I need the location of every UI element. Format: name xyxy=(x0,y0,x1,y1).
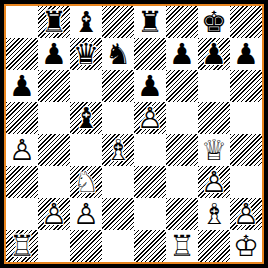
square-b1[interactable] xyxy=(38,230,70,262)
piece-outline-layer: ♗ xyxy=(198,198,230,230)
square-f3[interactable] xyxy=(166,166,198,198)
piece-black-pawn[interactable]: ♟ xyxy=(38,38,70,70)
piece-white-queen[interactable]: ♛♕ xyxy=(198,134,230,166)
square-g3[interactable]: ♟♙ xyxy=(198,166,230,198)
square-c5[interactable]: ♝ xyxy=(70,102,102,134)
piece-white-bishop[interactable]: ♝♗ xyxy=(198,198,230,230)
piece-outline-layer: ♙ xyxy=(134,102,166,134)
square-d6[interactable] xyxy=(102,70,134,102)
piece-outline-layer: ♕ xyxy=(198,134,230,166)
square-h7[interactable]: ♟ xyxy=(230,38,262,70)
square-e6[interactable]: ♟ xyxy=(134,70,166,102)
square-h1[interactable]: ♚♔ xyxy=(230,230,262,262)
square-e1[interactable] xyxy=(134,230,166,262)
piece-white-pawn[interactable]: ♟♙ xyxy=(230,198,262,230)
square-a8[interactable] xyxy=(6,6,38,38)
piece-outline-layer: ♙ xyxy=(230,198,262,230)
square-f7[interactable]: ♟ xyxy=(166,38,198,70)
piece-black-knight[interactable]: ♞ xyxy=(102,38,134,70)
square-f1[interactable]: ♜♖ xyxy=(166,230,198,262)
square-g5[interactable] xyxy=(198,102,230,134)
square-h3[interactable] xyxy=(230,166,262,198)
square-c4[interactable] xyxy=(70,134,102,166)
square-b8[interactable]: ♜ xyxy=(38,6,70,38)
square-b4[interactable] xyxy=(38,134,70,166)
square-c3[interactable]: ♞♘ xyxy=(70,166,102,198)
piece-black-pawn[interactable]: ♟ xyxy=(230,38,262,70)
piece-white-king[interactable]: ♚♔ xyxy=(230,230,262,262)
square-b2[interactable]: ♟♙ xyxy=(38,198,70,230)
square-e5[interactable]: ♟♙ xyxy=(134,102,166,134)
square-b3[interactable] xyxy=(38,166,70,198)
piece-white-rook[interactable]: ♜♖ xyxy=(6,230,38,262)
square-h5[interactable] xyxy=(230,102,262,134)
piece-black-rook[interactable]: ♜ xyxy=(134,6,166,38)
square-g7[interactable]: ♟ xyxy=(198,38,230,70)
piece-outline-layer: ♘ xyxy=(70,166,102,198)
piece-black-bishop[interactable]: ♝ xyxy=(70,102,102,134)
square-h8[interactable] xyxy=(230,6,262,38)
piece-outline-layer: ♙ xyxy=(38,198,70,230)
square-e4[interactable] xyxy=(134,134,166,166)
square-f5[interactable] xyxy=(166,102,198,134)
square-g4[interactable]: ♛♕ xyxy=(198,134,230,166)
square-c1[interactable] xyxy=(70,230,102,262)
piece-outline-layer: ♖ xyxy=(6,230,38,262)
square-d2[interactable] xyxy=(102,198,134,230)
piece-white-pawn[interactable]: ♟♙ xyxy=(198,166,230,198)
square-e3[interactable] xyxy=(134,166,166,198)
piece-black-pawn[interactable]: ♟ xyxy=(6,70,38,102)
square-c2[interactable]: ♟♙ xyxy=(70,198,102,230)
square-d4[interactable]: ♝♗ xyxy=(102,134,134,166)
piece-outline-layer: ♗ xyxy=(102,134,134,166)
square-a2[interactable] xyxy=(6,198,38,230)
piece-black-rook[interactable]: ♜ xyxy=(38,6,70,38)
square-g6[interactable] xyxy=(198,70,230,102)
piece-white-pawn[interactable]: ♟♙ xyxy=(6,134,38,166)
square-e2[interactable] xyxy=(134,198,166,230)
square-h2[interactable]: ♟♙ xyxy=(230,198,262,230)
square-b6[interactable] xyxy=(38,70,70,102)
piece-outline-layer: ♔ xyxy=(230,230,262,262)
piece-black-queen[interactable]: ♛ xyxy=(70,38,102,70)
square-c8[interactable]: ♝ xyxy=(70,6,102,38)
square-d3[interactable] xyxy=(102,166,134,198)
square-b5[interactable] xyxy=(38,102,70,134)
square-d7[interactable]: ♞ xyxy=(102,38,134,70)
square-g8[interactable]: ♚ xyxy=(198,6,230,38)
piece-black-bishop[interactable]: ♝ xyxy=(70,6,102,38)
square-e8[interactable]: ♜ xyxy=(134,6,166,38)
piece-white-pawn[interactable]: ♟♙ xyxy=(134,102,166,134)
square-a5[interactable] xyxy=(6,102,38,134)
piece-outline-layer: ♙ xyxy=(6,134,38,166)
square-d8[interactable] xyxy=(102,6,134,38)
chess-board: ♜♝♜♚♟♛♞♟♟♟♟♟♝♟♙♟♙♝♗♛♕♞♘♟♙♟♙♟♙♝♗♟♙♜♖♜♖♚♔ xyxy=(6,6,262,262)
square-c7[interactable]: ♛ xyxy=(70,38,102,70)
piece-white-pawn[interactable]: ♟♙ xyxy=(70,198,102,230)
piece-black-pawn[interactable]: ♟ xyxy=(134,70,166,102)
board-outline: ♜♝♜♚♟♛♞♟♟♟♟♟♝♟♙♟♙♝♗♛♕♞♘♟♙♟♙♟♙♝♗♟♙♜♖♜♖♚♔ xyxy=(4,4,264,264)
square-a1[interactable]: ♜♖ xyxy=(6,230,38,262)
piece-outline-layer: ♙ xyxy=(70,198,102,230)
square-a3[interactable] xyxy=(6,166,38,198)
square-f4[interactable] xyxy=(166,134,198,166)
square-e7[interactable] xyxy=(134,38,166,70)
piece-white-rook[interactable]: ♜♖ xyxy=(166,230,198,262)
piece-white-bishop[interactable]: ♝♗ xyxy=(102,134,134,166)
square-f2[interactable] xyxy=(166,198,198,230)
square-h4[interactable] xyxy=(230,134,262,166)
piece-white-pawn[interactable]: ♟♙ xyxy=(38,198,70,230)
square-a4[interactable]: ♟♙ xyxy=(6,134,38,166)
piece-white-knight[interactable]: ♞♘ xyxy=(70,166,102,198)
square-a7[interactable] xyxy=(6,38,38,70)
piece-black-pawn[interactable]: ♟ xyxy=(198,38,230,70)
square-g1[interactable] xyxy=(198,230,230,262)
piece-black-king[interactable]: ♚ xyxy=(198,6,230,38)
piece-outline-layer: ♙ xyxy=(198,166,230,198)
square-f6[interactable] xyxy=(166,70,198,102)
piece-black-pawn[interactable]: ♟ xyxy=(166,38,198,70)
piece-outline-layer: ♖ xyxy=(166,230,198,262)
square-d5[interactable] xyxy=(102,102,134,134)
board-frame: ♜♝♜♚♟♛♞♟♟♟♟♟♝♟♙♟♙♝♗♛♕♞♘♟♙♟♙♟♙♝♗♟♙♜♖♜♖♚♔ xyxy=(0,0,268,268)
square-f8[interactable] xyxy=(166,6,198,38)
square-c6[interactable] xyxy=(70,70,102,102)
square-d1[interactable] xyxy=(102,230,134,262)
square-g2[interactable]: ♝♗ xyxy=(198,198,230,230)
square-a6[interactable]: ♟ xyxy=(6,70,38,102)
square-b7[interactable]: ♟ xyxy=(38,38,70,70)
square-h6[interactable] xyxy=(230,70,262,102)
